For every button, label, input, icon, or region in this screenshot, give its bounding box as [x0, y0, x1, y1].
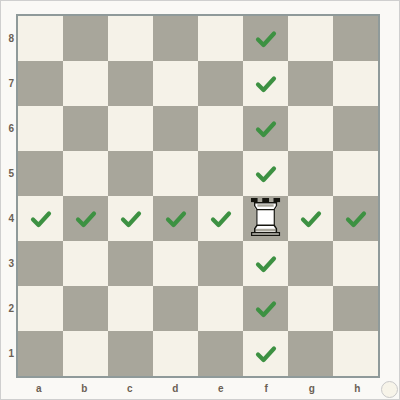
square-h7[interactable]: [333, 61, 378, 106]
square-c7[interactable]: [108, 61, 153, 106]
square-b7[interactable]: [63, 61, 108, 106]
square-a8[interactable]: [18, 16, 63, 61]
file-label-g: g: [289, 378, 335, 399]
square-b4[interactable]: [63, 196, 108, 241]
square-b3[interactable]: [63, 241, 108, 286]
square-d1[interactable]: [153, 331, 198, 376]
square-c2[interactable]: [108, 286, 153, 331]
check-icon: [73, 206, 99, 232]
chess-practice-page: 87654321 ♜♖ abcdefgh: [0, 0, 400, 400]
rank-labels: 87654321: [1, 16, 14, 376]
rank-label-6: 6: [1, 106, 14, 151]
square-b5[interactable]: [63, 151, 108, 196]
rank-label-4: 4: [1, 196, 14, 241]
check-icon: [28, 206, 54, 232]
file-label-a: a: [16, 378, 62, 399]
rank-label-5: 5: [1, 151, 14, 196]
square-g4[interactable]: [288, 196, 333, 241]
square-d7[interactable]: [153, 61, 198, 106]
square-e6[interactable]: [198, 106, 243, 151]
square-f2[interactable]: [243, 286, 288, 331]
file-label-d: d: [153, 378, 199, 399]
square-f6[interactable]: [243, 106, 288, 151]
square-c1[interactable]: [108, 331, 153, 376]
square-g7[interactable]: [288, 61, 333, 106]
square-f4[interactable]: ♜♖: [243, 196, 288, 241]
square-d5[interactable]: [153, 151, 198, 196]
white-rook[interactable]: ♜♖: [243, 196, 288, 241]
square-e3[interactable]: [198, 241, 243, 286]
check-icon: [253, 116, 279, 142]
file-label-f: f: [244, 378, 290, 399]
check-icon: [253, 26, 279, 52]
square-a6[interactable]: [18, 106, 63, 151]
square-e2[interactable]: [198, 286, 243, 331]
square-b1[interactable]: [63, 331, 108, 376]
square-e1[interactable]: [198, 331, 243, 376]
square-g6[interactable]: [288, 106, 333, 151]
check-icon: [118, 206, 144, 232]
square-a5[interactable]: [18, 151, 63, 196]
square-c6[interactable]: [108, 106, 153, 151]
square-f1[interactable]: [243, 331, 288, 376]
square-e8[interactable]: [198, 16, 243, 61]
check-icon: [253, 251, 279, 277]
chess-board[interactable]: ♜♖: [16, 14, 380, 378]
square-h4[interactable]: [333, 196, 378, 241]
square-c5[interactable]: [108, 151, 153, 196]
file-label-h: h: [335, 378, 381, 399]
square-d3[interactable]: [153, 241, 198, 286]
square-a1[interactable]: [18, 331, 63, 376]
square-h8[interactable]: [333, 16, 378, 61]
square-f3[interactable]: [243, 241, 288, 286]
square-d8[interactable]: [153, 16, 198, 61]
square-c3[interactable]: [108, 241, 153, 286]
check-icon: [298, 206, 324, 232]
square-h5[interactable]: [333, 151, 378, 196]
square-h1[interactable]: [333, 331, 378, 376]
square-e4[interactable]: [198, 196, 243, 241]
check-icon: [253, 296, 279, 322]
square-g2[interactable]: [288, 286, 333, 331]
square-a2[interactable]: [18, 286, 63, 331]
check-icon: [253, 161, 279, 187]
square-a4[interactable]: [18, 196, 63, 241]
check-icon: [208, 206, 234, 232]
check-icon: [253, 71, 279, 97]
square-b8[interactable]: [63, 16, 108, 61]
square-g5[interactable]: [288, 151, 333, 196]
square-c8[interactable]: [108, 16, 153, 61]
square-a3[interactable]: [18, 241, 63, 286]
square-h3[interactable]: [333, 241, 378, 286]
rank-label-2: 2: [1, 286, 14, 331]
white-rook-outline: ♖: [243, 196, 288, 241]
square-f8[interactable]: [243, 16, 288, 61]
check-icon: [163, 206, 189, 232]
check-icon: [253, 341, 279, 367]
square-e5[interactable]: [198, 151, 243, 196]
check-icon: [343, 206, 369, 232]
file-label-b: b: [62, 378, 108, 399]
square-d6[interactable]: [153, 106, 198, 151]
rank-label-7: 7: [1, 61, 14, 106]
square-f7[interactable]: [243, 61, 288, 106]
square-d2[interactable]: [153, 286, 198, 331]
square-g1[interactable]: [288, 331, 333, 376]
corner-circle-button[interactable]: [381, 381, 398, 398]
rank-label-8: 8: [1, 16, 14, 61]
square-d4[interactable]: [153, 196, 198, 241]
square-b6[interactable]: [63, 106, 108, 151]
square-h2[interactable]: [333, 286, 378, 331]
square-c4[interactable]: [108, 196, 153, 241]
file-labels: abcdefgh: [16, 378, 380, 399]
square-e7[interactable]: [198, 61, 243, 106]
square-h6[interactable]: [333, 106, 378, 151]
square-g8[interactable]: [288, 16, 333, 61]
square-a7[interactable]: [18, 61, 63, 106]
file-label-c: c: [107, 378, 153, 399]
rank-label-1: 1: [1, 331, 14, 376]
rank-label-3: 3: [1, 241, 14, 286]
square-g3[interactable]: [288, 241, 333, 286]
square-b2[interactable]: [63, 286, 108, 331]
file-label-e: e: [198, 378, 244, 399]
